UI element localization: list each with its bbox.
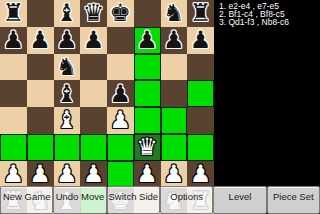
square-c2[interactable]: ♟ bbox=[54, 161, 81, 188]
square-f3[interactable]: ♛ bbox=[134, 134, 161, 161]
square-g5[interactable] bbox=[161, 80, 188, 107]
square-f6[interactable] bbox=[134, 54, 161, 81]
level-button[interactable]: Level bbox=[213, 186, 266, 214]
square-f5[interactable] bbox=[134, 80, 161, 107]
square-f2[interactable]: ♟ bbox=[134, 161, 161, 188]
options-button[interactable]: Options bbox=[160, 186, 213, 214]
square-e7[interactable] bbox=[107, 27, 134, 54]
square-c3[interactable] bbox=[54, 134, 81, 161]
black-pawn: ♟ bbox=[110, 81, 132, 107]
square-b6[interactable] bbox=[27, 54, 54, 81]
square-a7[interactable]: ♟ bbox=[0, 27, 27, 54]
square-c7[interactable]: ♟ bbox=[54, 27, 81, 54]
white-pawn: ♟ bbox=[110, 107, 132, 133]
black-pawn: ♟ bbox=[3, 27, 25, 53]
undo-move-button[interactable]: Undo Move bbox=[53, 186, 106, 214]
square-b7[interactable]: ♟ bbox=[27, 27, 54, 54]
square-g3[interactable] bbox=[161, 134, 188, 161]
white-bishop: ♝ bbox=[56, 107, 78, 133]
black-queen: ♛ bbox=[83, 0, 105, 26]
square-d7[interactable]: ♟ bbox=[80, 27, 107, 54]
white-pawn: ♟ bbox=[56, 161, 78, 187]
square-e5[interactable]: ♟ bbox=[107, 80, 134, 107]
square-a8[interactable]: ♜ bbox=[0, 0, 27, 27]
switch-side-button[interactable]: Switch Side bbox=[107, 186, 160, 214]
square-g2[interactable]: ♟ bbox=[161, 161, 188, 188]
move-list-line: 3. Qd1-f3 , Nb8-c6 bbox=[219, 18, 320, 26]
square-d8[interactable]: ♛ bbox=[80, 0, 107, 27]
black-pawn: ♟ bbox=[136, 27, 158, 53]
move-list: 1. e2-e4 , e7-e5 2. Bf1-c4 , Bf8-c5 3. Q… bbox=[214, 0, 320, 26]
black-bishop: ♝ bbox=[56, 0, 78, 26]
chess-app-screen: ♜♝♛♚♞♜♟♟♟♟♟♟♟♞♝♟♝♟♛♟♟♟♟♟♟♟♜♞♝♚♞♜ 1. e2-e… bbox=[0, 0, 320, 214]
square-d3[interactable] bbox=[80, 134, 107, 161]
black-rook: ♜ bbox=[190, 0, 212, 26]
square-g7[interactable]: ♟ bbox=[161, 27, 188, 54]
square-h2[interactable]: ♟ bbox=[187, 161, 214, 188]
black-rook: ♜ bbox=[3, 0, 25, 26]
toolbar: New Game Undo Move Switch Side Options L… bbox=[0, 186, 320, 214]
square-g8[interactable]: ♞ bbox=[161, 0, 188, 27]
white-pawn: ♟ bbox=[3, 161, 25, 187]
black-pawn: ♟ bbox=[190, 27, 212, 53]
square-f4[interactable] bbox=[134, 107, 161, 134]
white-pawn: ♟ bbox=[136, 161, 158, 187]
square-h8[interactable]: ♜ bbox=[187, 0, 214, 27]
square-h4[interactable] bbox=[187, 107, 214, 134]
square-a3[interactable] bbox=[0, 134, 27, 161]
square-e6[interactable] bbox=[107, 54, 134, 81]
square-a4[interactable] bbox=[0, 107, 27, 134]
square-h3[interactable] bbox=[187, 134, 214, 161]
square-b2[interactable]: ♟ bbox=[27, 161, 54, 188]
square-b5[interactable] bbox=[27, 80, 54, 107]
white-queen: ♛ bbox=[136, 134, 158, 160]
square-d5[interactable] bbox=[80, 80, 107, 107]
black-knight: ♞ bbox=[56, 54, 78, 80]
square-a2[interactable]: ♟ bbox=[0, 161, 27, 188]
square-e2[interactable] bbox=[107, 161, 134, 188]
square-e4[interactable]: ♟ bbox=[107, 107, 134, 134]
piece-set-button[interactable]: Piece Set bbox=[267, 186, 320, 214]
square-d6[interactable] bbox=[80, 54, 107, 81]
square-b8[interactable] bbox=[27, 0, 54, 27]
square-g6[interactable] bbox=[161, 54, 188, 81]
square-h7[interactable]: ♟ bbox=[187, 27, 214, 54]
white-pawn: ♟ bbox=[29, 161, 51, 187]
white-pawn: ♟ bbox=[83, 161, 105, 187]
square-c8[interactable]: ♝ bbox=[54, 0, 81, 27]
square-g4[interactable] bbox=[161, 107, 188, 134]
square-b3[interactable] bbox=[27, 134, 54, 161]
square-a5[interactable] bbox=[0, 80, 27, 107]
square-c5[interactable]: ♝ bbox=[54, 80, 81, 107]
black-knight: ♞ bbox=[163, 0, 185, 26]
square-b4[interactable] bbox=[27, 107, 54, 134]
square-d4[interactable] bbox=[80, 107, 107, 134]
black-king: ♚ bbox=[110, 0, 132, 26]
black-pawn: ♟ bbox=[83, 27, 105, 53]
square-a6[interactable] bbox=[0, 54, 27, 81]
move-list-panel: 1. e2-e4 , e7-e5 2. Bf1-c4 , Bf8-c5 3. Q… bbox=[214, 0, 320, 214]
square-e8[interactable]: ♚ bbox=[107, 0, 134, 27]
white-pawn: ♟ bbox=[163, 161, 185, 187]
white-pawn: ♟ bbox=[190, 161, 212, 187]
black-pawn: ♟ bbox=[56, 27, 78, 53]
new-game-button[interactable]: New Game bbox=[0, 186, 53, 214]
square-e3[interactable] bbox=[107, 134, 134, 161]
square-h5[interactable] bbox=[187, 80, 214, 107]
chess-board: ♜♝♛♚♞♜♟♟♟♟♟♟♟♞♝♟♝♟♛♟♟♟♟♟♟♟♜♞♝♚♞♜ bbox=[0, 0, 214, 214]
black-pawn: ♟ bbox=[29, 27, 51, 53]
black-pawn: ♟ bbox=[163, 27, 185, 53]
black-bishop: ♝ bbox=[56, 81, 78, 107]
square-f8[interactable] bbox=[134, 0, 161, 27]
square-c4[interactable]: ♝ bbox=[54, 107, 81, 134]
square-c6[interactable]: ♞ bbox=[54, 54, 81, 81]
square-d2[interactable]: ♟ bbox=[80, 161, 107, 188]
square-h6[interactable] bbox=[187, 54, 214, 81]
square-f7[interactable]: ♟ bbox=[134, 27, 161, 54]
